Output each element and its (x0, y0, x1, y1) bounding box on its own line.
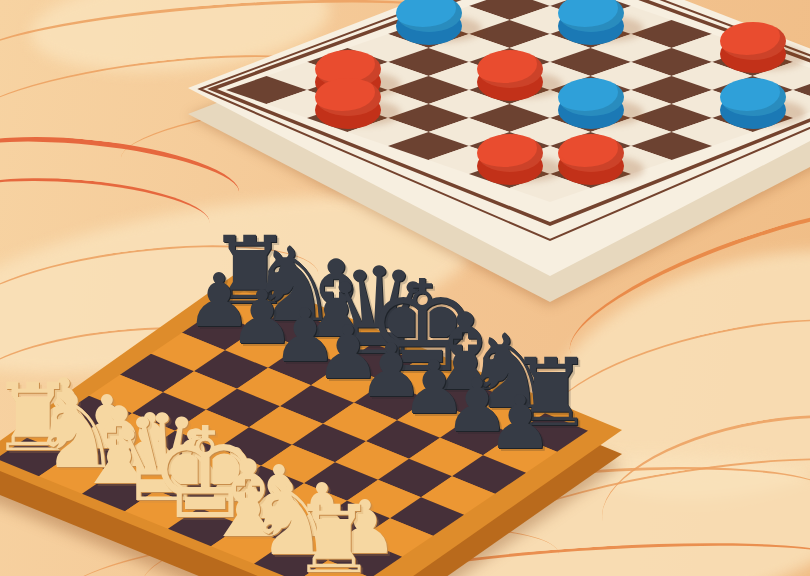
checker-top (720, 78, 786, 116)
chess-piece-black-pawn[interactable]: ♟ (487, 385, 553, 459)
checkers-piece-blue[interactable] (558, 0, 624, 46)
checker-top (477, 50, 543, 88)
checkers-piece-blue[interactable] (558, 78, 624, 130)
checkers-piece-red[interactable] (720, 22, 786, 74)
checker-top (477, 134, 543, 172)
illustration-scene: ♜♞♝♛♚♝♞♜♟♟♟♟♟♟♟♟♟♟♟♟♟♟♟♟♜♞♝♛♚♝♞♜ (0, 0, 810, 576)
checkers-piece-blue[interactable] (720, 78, 786, 130)
checkers-piece-red[interactable] (477, 50, 543, 102)
checkers-piece-red[interactable] (477, 134, 543, 186)
checker-top (558, 78, 624, 116)
chess-board: ♜♞♝♛♚♝♞♜♟♟♟♟♟♟♟♟♟♟♟♟♟♟♟♟♜♞♝♛♚♝♞♜ (0, 0, 810, 576)
checkers-piece-red[interactable] (558, 134, 624, 186)
checkers-piece-blue[interactable] (396, 0, 462, 46)
chess-piece-white-rook[interactable]: ♜ (292, 493, 376, 576)
checker-top (720, 22, 786, 60)
checker-top (315, 78, 381, 116)
checker-top (558, 134, 624, 172)
checkers-piece-red[interactable] (315, 78, 381, 130)
